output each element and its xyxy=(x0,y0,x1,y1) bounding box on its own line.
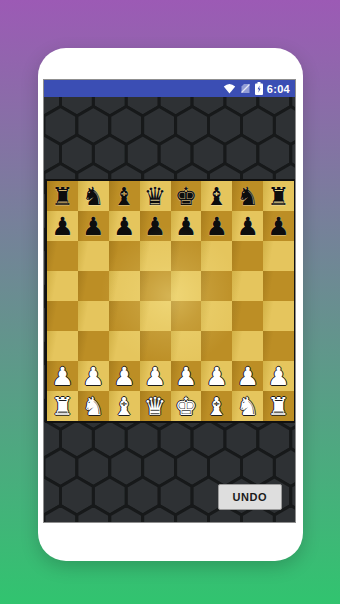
square-e3[interactable] xyxy=(171,331,202,361)
square-g3[interactable] xyxy=(232,331,263,361)
square-e5[interactable] xyxy=(171,271,202,301)
black-knight[interactable]: ♞ xyxy=(82,182,104,211)
square-d2[interactable]: ♟ xyxy=(140,361,171,391)
square-d5[interactable] xyxy=(140,271,171,301)
square-c1[interactable]: ♝ xyxy=(109,391,140,421)
square-h2[interactable]: ♟ xyxy=(263,361,294,391)
white-king[interactable]: ♚ xyxy=(175,392,197,421)
square-b6[interactable] xyxy=(78,241,109,271)
square-d4[interactable] xyxy=(140,301,171,331)
black-pawn[interactable]: ♟ xyxy=(206,212,228,241)
square-b4[interactable] xyxy=(78,301,109,331)
square-g1[interactable]: ♞ xyxy=(232,391,263,421)
square-a7[interactable]: ♟ xyxy=(47,211,78,241)
black-pawn[interactable]: ♟ xyxy=(236,212,258,241)
square-a5[interactable] xyxy=(47,271,78,301)
square-a4[interactable] xyxy=(47,301,78,331)
square-f3[interactable] xyxy=(201,331,232,361)
phone-frame: 6:04 ♜♞♝♛♚♝♞♜♟♟♟♟♟♟♟♟♟♟♟♟♟♟♟♟♜♞♝♛♚♝♞♜ UN… xyxy=(38,48,303,561)
no-sim-icon xyxy=(240,83,251,94)
square-c3[interactable] xyxy=(109,331,140,361)
square-a6[interactable] xyxy=(47,241,78,271)
square-g6[interactable] xyxy=(232,241,263,271)
square-h6[interactable] xyxy=(263,241,294,271)
battery-charging-icon xyxy=(255,82,263,95)
square-d7[interactable]: ♟ xyxy=(140,211,171,241)
white-pawn[interactable]: ♟ xyxy=(206,362,228,391)
square-c2[interactable]: ♟ xyxy=(109,361,140,391)
black-pawn[interactable]: ♟ xyxy=(267,212,289,241)
white-bishop[interactable]: ♝ xyxy=(206,392,228,421)
square-b7[interactable]: ♟ xyxy=(78,211,109,241)
square-h3[interactable] xyxy=(263,331,294,361)
white-pawn[interactable]: ♟ xyxy=(82,362,104,391)
white-pawn[interactable]: ♟ xyxy=(236,362,258,391)
square-b1[interactable]: ♞ xyxy=(78,391,109,421)
board-grid: ♜♞♝♛♚♝♞♜♟♟♟♟♟♟♟♟♟♟♟♟♟♟♟♟♜♞♝♛♚♝♞♜ xyxy=(47,181,294,421)
wifi-icon xyxy=(223,83,236,94)
status-bar: 6:04 xyxy=(44,80,295,97)
square-h7[interactable]: ♟ xyxy=(263,211,294,241)
black-pawn[interactable]: ♟ xyxy=(113,212,135,241)
white-knight[interactable]: ♞ xyxy=(236,392,258,421)
square-g5[interactable] xyxy=(232,271,263,301)
white-pawn[interactable]: ♟ xyxy=(113,362,135,391)
square-c8[interactable]: ♝ xyxy=(109,181,140,211)
undo-button[interactable]: UNDO xyxy=(218,484,282,510)
square-a3[interactable] xyxy=(47,331,78,361)
chess-board: ♜♞♝♛♚♝♞♜♟♟♟♟♟♟♟♟♟♟♟♟♟♟♟♟♜♞♝♛♚♝♞♜ xyxy=(45,179,296,423)
square-a1[interactable]: ♜ xyxy=(47,391,78,421)
square-a2[interactable]: ♟ xyxy=(47,361,78,391)
square-e6[interactable] xyxy=(171,241,202,271)
square-g4[interactable] xyxy=(232,301,263,331)
white-rook[interactable]: ♜ xyxy=(51,392,73,421)
status-bar-clock: 6:04 xyxy=(267,83,290,95)
square-f4[interactable] xyxy=(201,301,232,331)
square-e1[interactable]: ♚ xyxy=(171,391,202,421)
square-b5[interactable] xyxy=(78,271,109,301)
square-h1[interactable]: ♜ xyxy=(263,391,294,421)
black-pawn[interactable]: ♟ xyxy=(51,212,73,241)
square-b3[interactable] xyxy=(78,331,109,361)
white-pawn[interactable]: ♟ xyxy=(267,362,289,391)
square-h4[interactable] xyxy=(263,301,294,331)
square-f5[interactable] xyxy=(201,271,232,301)
black-pawn[interactable]: ♟ xyxy=(82,212,104,241)
white-queen[interactable]: ♛ xyxy=(144,392,166,421)
square-f8[interactable]: ♝ xyxy=(201,181,232,211)
square-e2[interactable]: ♟ xyxy=(171,361,202,391)
square-g7[interactable]: ♟ xyxy=(232,211,263,241)
square-f6[interactable] xyxy=(201,241,232,271)
black-pawn[interactable]: ♟ xyxy=(144,212,166,241)
square-a8[interactable]: ♜ xyxy=(47,181,78,211)
black-pawn[interactable]: ♟ xyxy=(175,212,197,241)
square-h8[interactable]: ♜ xyxy=(263,181,294,211)
white-pawn[interactable]: ♟ xyxy=(175,362,197,391)
app-screen: 6:04 ♜♞♝♛♚♝♞♜♟♟♟♟♟♟♟♟♟♟♟♟♟♟♟♟♜♞♝♛♚♝♞♜ UN… xyxy=(43,79,296,523)
square-e8[interactable]: ♚ xyxy=(171,181,202,211)
square-d3[interactable] xyxy=(140,331,171,361)
square-c6[interactable] xyxy=(109,241,140,271)
white-pawn[interactable]: ♟ xyxy=(144,362,166,391)
black-queen[interactable]: ♛ xyxy=(144,182,166,211)
square-d1[interactable]: ♛ xyxy=(140,391,171,421)
square-d8[interactable]: ♛ xyxy=(140,181,171,211)
square-f1[interactable]: ♝ xyxy=(201,391,232,421)
square-b8[interactable]: ♞ xyxy=(78,181,109,211)
square-e7[interactable]: ♟ xyxy=(171,211,202,241)
white-rook[interactable]: ♜ xyxy=(267,392,289,421)
white-knight[interactable]: ♞ xyxy=(82,392,104,421)
black-knight[interactable]: ♞ xyxy=(236,182,258,211)
black-king[interactable]: ♚ xyxy=(175,182,197,211)
square-c5[interactable] xyxy=(109,271,140,301)
square-c4[interactable] xyxy=(109,301,140,331)
square-e4[interactable] xyxy=(171,301,202,331)
square-c7[interactable]: ♟ xyxy=(109,211,140,241)
square-f7[interactable]: ♟ xyxy=(201,211,232,241)
black-bishop[interactable]: ♝ xyxy=(113,182,135,211)
square-g2[interactable]: ♟ xyxy=(232,361,263,391)
square-h5[interactable] xyxy=(263,271,294,301)
square-d6[interactable] xyxy=(140,241,171,271)
square-f2[interactable]: ♟ xyxy=(201,361,232,391)
square-b2[interactable]: ♟ xyxy=(78,361,109,391)
black-bishop[interactable]: ♝ xyxy=(206,182,228,211)
black-rook[interactable]: ♜ xyxy=(51,182,73,211)
white-bishop[interactable]: ♝ xyxy=(113,392,135,421)
white-pawn[interactable]: ♟ xyxy=(51,362,73,391)
black-rook[interactable]: ♜ xyxy=(267,182,289,211)
square-g8[interactable]: ♞ xyxy=(232,181,263,211)
